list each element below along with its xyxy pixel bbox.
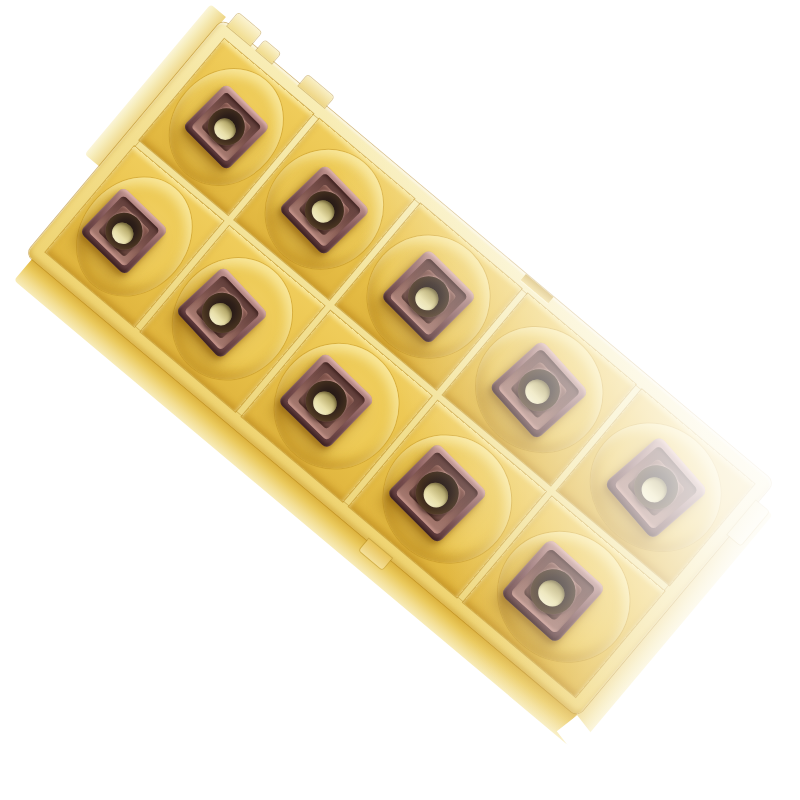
insert-tray [26,19,774,716]
insert-bore-showthrough [308,385,341,418]
insert-bore-showthrough [205,299,237,331]
product-photo [0,0,800,800]
insert-bore-showthrough [107,217,137,247]
insert-bore-showthrough [534,575,570,611]
insert-bore-showthrough [520,374,554,408]
insert-bore-showthrough [418,478,453,513]
insert-bore-showthrough [210,114,240,144]
insert-bore-showthrough [411,282,444,315]
insert-bore-showthrough [307,195,338,226]
insert-bore-showthrough [636,471,672,507]
